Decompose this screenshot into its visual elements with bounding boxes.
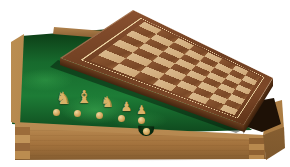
finger-joint	[249, 155, 264, 159]
finger-joint	[15, 151, 30, 159]
stored-piece-pawn: ♟	[136, 104, 147, 116]
chess-box-product-photo: ♞♝♞♟♟	[0, 0, 290, 167]
stored-pawn-ball-top	[118, 115, 125, 122]
finger-joint	[15, 143, 30, 151]
notch-piece-top	[142, 127, 149, 134]
stored-piece-bishop: ♝	[76, 88, 92, 106]
finger-joint	[15, 127, 30, 135]
stored-piece-knight: ♞	[56, 90, 71, 107]
stored-piece-knight: ♞	[101, 95, 114, 110]
finger-joint	[15, 135, 30, 143]
stored-pawn-ball-top	[138, 117, 145, 124]
stored-pawn-ball-top	[53, 109, 60, 116]
stored-pawn-ball-top	[96, 112, 103, 119]
stored-pawn-ball-top	[74, 110, 81, 117]
stored-piece-pawn: ♟	[121, 100, 133, 113]
